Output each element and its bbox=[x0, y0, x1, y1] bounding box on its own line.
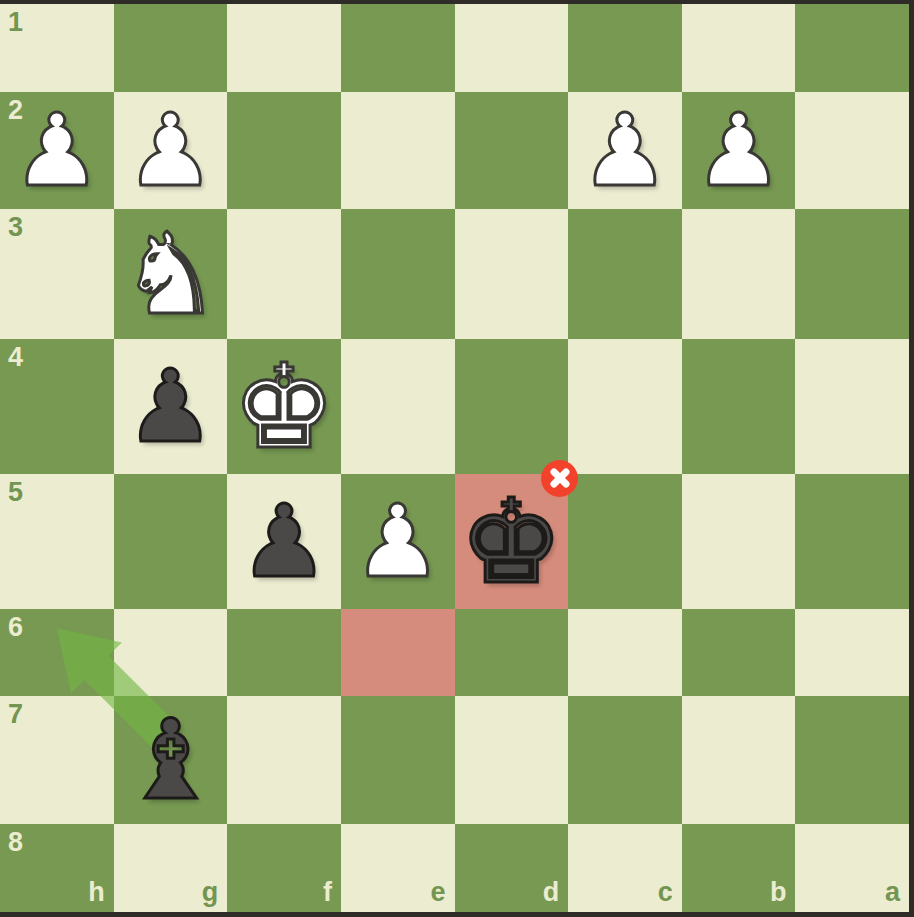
square-d7[interactable] bbox=[455, 696, 569, 824]
square-c4[interactable] bbox=[568, 339, 682, 474]
square-f4[interactable]: ♚ bbox=[227, 339, 341, 474]
square-g4[interactable]: ♟ bbox=[114, 339, 228, 474]
square-f1[interactable] bbox=[227, 4, 341, 92]
rank-label-8: 8 bbox=[8, 829, 23, 856]
square-b5[interactable] bbox=[682, 474, 796, 609]
black-bishop-g7[interactable]: ♝ bbox=[121, 696, 220, 824]
square-f5[interactable]: ♟ bbox=[227, 474, 341, 609]
square-e6[interactable] bbox=[341, 609, 455, 697]
square-a6[interactable] bbox=[795, 609, 909, 697]
square-e3[interactable] bbox=[341, 209, 455, 339]
square-c5[interactable] bbox=[568, 474, 682, 609]
white-pawn-h2[interactable]: ♟ bbox=[12, 92, 102, 209]
square-c8[interactable]: c bbox=[568, 824, 682, 912]
square-d1[interactable] bbox=[455, 4, 569, 92]
highlight-e6 bbox=[341, 609, 455, 697]
square-g5[interactable] bbox=[114, 474, 228, 609]
rank-label-7: 7 bbox=[8, 701, 23, 728]
rank-label-1: 1 bbox=[8, 9, 23, 36]
square-d2[interactable] bbox=[455, 92, 569, 209]
square-b8[interactable]: b bbox=[682, 824, 796, 912]
white-pawn-e5[interactable]: ♟ bbox=[353, 483, 443, 600]
square-h6[interactable]: 6 bbox=[0, 609, 114, 697]
square-g8[interactable]: g bbox=[114, 824, 228, 912]
square-b4[interactable] bbox=[682, 339, 796, 474]
file-label-d: d bbox=[543, 879, 560, 906]
file-label-a: a bbox=[885, 879, 900, 906]
white-knight-g3[interactable]: ♞ bbox=[120, 209, 220, 339]
square-d4[interactable] bbox=[455, 339, 569, 474]
square-e7[interactable] bbox=[341, 696, 455, 824]
x-circle-icon bbox=[541, 460, 578, 497]
square-d5[interactable]: ♚ bbox=[455, 474, 569, 609]
square-b1[interactable] bbox=[682, 4, 796, 92]
square-c7[interactable] bbox=[568, 696, 682, 824]
square-g1[interactable] bbox=[114, 4, 228, 92]
square-h7[interactable]: 7 bbox=[0, 696, 114, 824]
square-h5[interactable]: 5 bbox=[0, 474, 114, 609]
square-h2[interactable]: 2♟ bbox=[0, 92, 114, 209]
square-e8[interactable]: e bbox=[341, 824, 455, 912]
square-c1[interactable] bbox=[568, 4, 682, 92]
white-pawn-b2[interactable]: ♟ bbox=[694, 92, 784, 209]
rank-label-3: 3 bbox=[8, 214, 23, 241]
square-b6[interactable] bbox=[682, 609, 796, 697]
square-a1[interactable] bbox=[795, 4, 909, 92]
file-label-h: h bbox=[88, 879, 105, 906]
square-a3[interactable] bbox=[795, 209, 909, 339]
square-c2[interactable]: ♟ bbox=[568, 92, 682, 209]
square-e1[interactable] bbox=[341, 4, 455, 92]
file-label-c: c bbox=[658, 879, 673, 906]
square-e5[interactable]: ♟ bbox=[341, 474, 455, 609]
square-h8[interactable]: 8h bbox=[0, 824, 114, 912]
file-label-e: e bbox=[430, 879, 445, 906]
square-a2[interactable] bbox=[795, 92, 909, 209]
square-a7[interactable] bbox=[795, 696, 909, 824]
square-h4[interactable]: 4 bbox=[0, 339, 114, 474]
square-c6[interactable] bbox=[568, 609, 682, 697]
rank-label-5: 5 bbox=[8, 479, 23, 506]
square-g3[interactable]: ♞ bbox=[114, 209, 228, 339]
chess-app: { "game": "chess", "ui_style": "chess.co… bbox=[0, 0, 914, 917]
black-pawn-f5[interactable]: ♟ bbox=[239, 483, 329, 600]
square-f6[interactable] bbox=[227, 609, 341, 697]
square-c3[interactable] bbox=[568, 209, 682, 339]
square-b7[interactable] bbox=[682, 696, 796, 824]
square-g7[interactable]: ♝ bbox=[114, 696, 228, 824]
square-a8[interactable]: a bbox=[795, 824, 909, 912]
black-king-d5[interactable]: ♚ bbox=[459, 474, 563, 609]
square-e4[interactable] bbox=[341, 339, 455, 474]
white-pawn-g2[interactable]: ♟ bbox=[126, 92, 216, 209]
white-pawn-c2[interactable]: ♟ bbox=[580, 92, 670, 209]
square-f8[interactable]: f bbox=[227, 824, 341, 912]
square-b3[interactable] bbox=[682, 209, 796, 339]
square-a4[interactable] bbox=[795, 339, 909, 474]
square-g6[interactable] bbox=[114, 609, 228, 697]
square-f7[interactable] bbox=[227, 696, 341, 824]
file-label-f: f bbox=[323, 879, 332, 906]
square-d8[interactable]: d bbox=[455, 824, 569, 912]
square-a5[interactable] bbox=[795, 474, 909, 609]
square-d6[interactable] bbox=[455, 609, 569, 697]
rank-label-6: 6 bbox=[8, 614, 23, 641]
chess-board: 12♟♟♟♟3♞4♟♚5♟♟♚67♝8hgfedcba bbox=[0, 4, 909, 912]
file-label-g: g bbox=[202, 879, 219, 906]
square-f2[interactable] bbox=[227, 92, 341, 209]
square-h3[interactable]: 3 bbox=[0, 209, 114, 339]
white-king-f4[interactable]: ♚ bbox=[232, 339, 336, 474]
square-e2[interactable] bbox=[341, 92, 455, 209]
square-f3[interactable] bbox=[227, 209, 341, 339]
square-h1[interactable]: 1 bbox=[0, 4, 114, 92]
square-g2[interactable]: ♟ bbox=[114, 92, 228, 209]
square-d3[interactable] bbox=[455, 209, 569, 339]
rank-label-4: 4 bbox=[8, 344, 23, 371]
square-b2[interactable]: ♟ bbox=[682, 92, 796, 209]
board-grid: 12♟♟♟♟3♞4♟♚5♟♟♚67♝8hgfedcba bbox=[0, 4, 909, 912]
file-label-b: b bbox=[770, 879, 787, 906]
black-pawn-g4[interactable]: ♟ bbox=[126, 348, 216, 465]
